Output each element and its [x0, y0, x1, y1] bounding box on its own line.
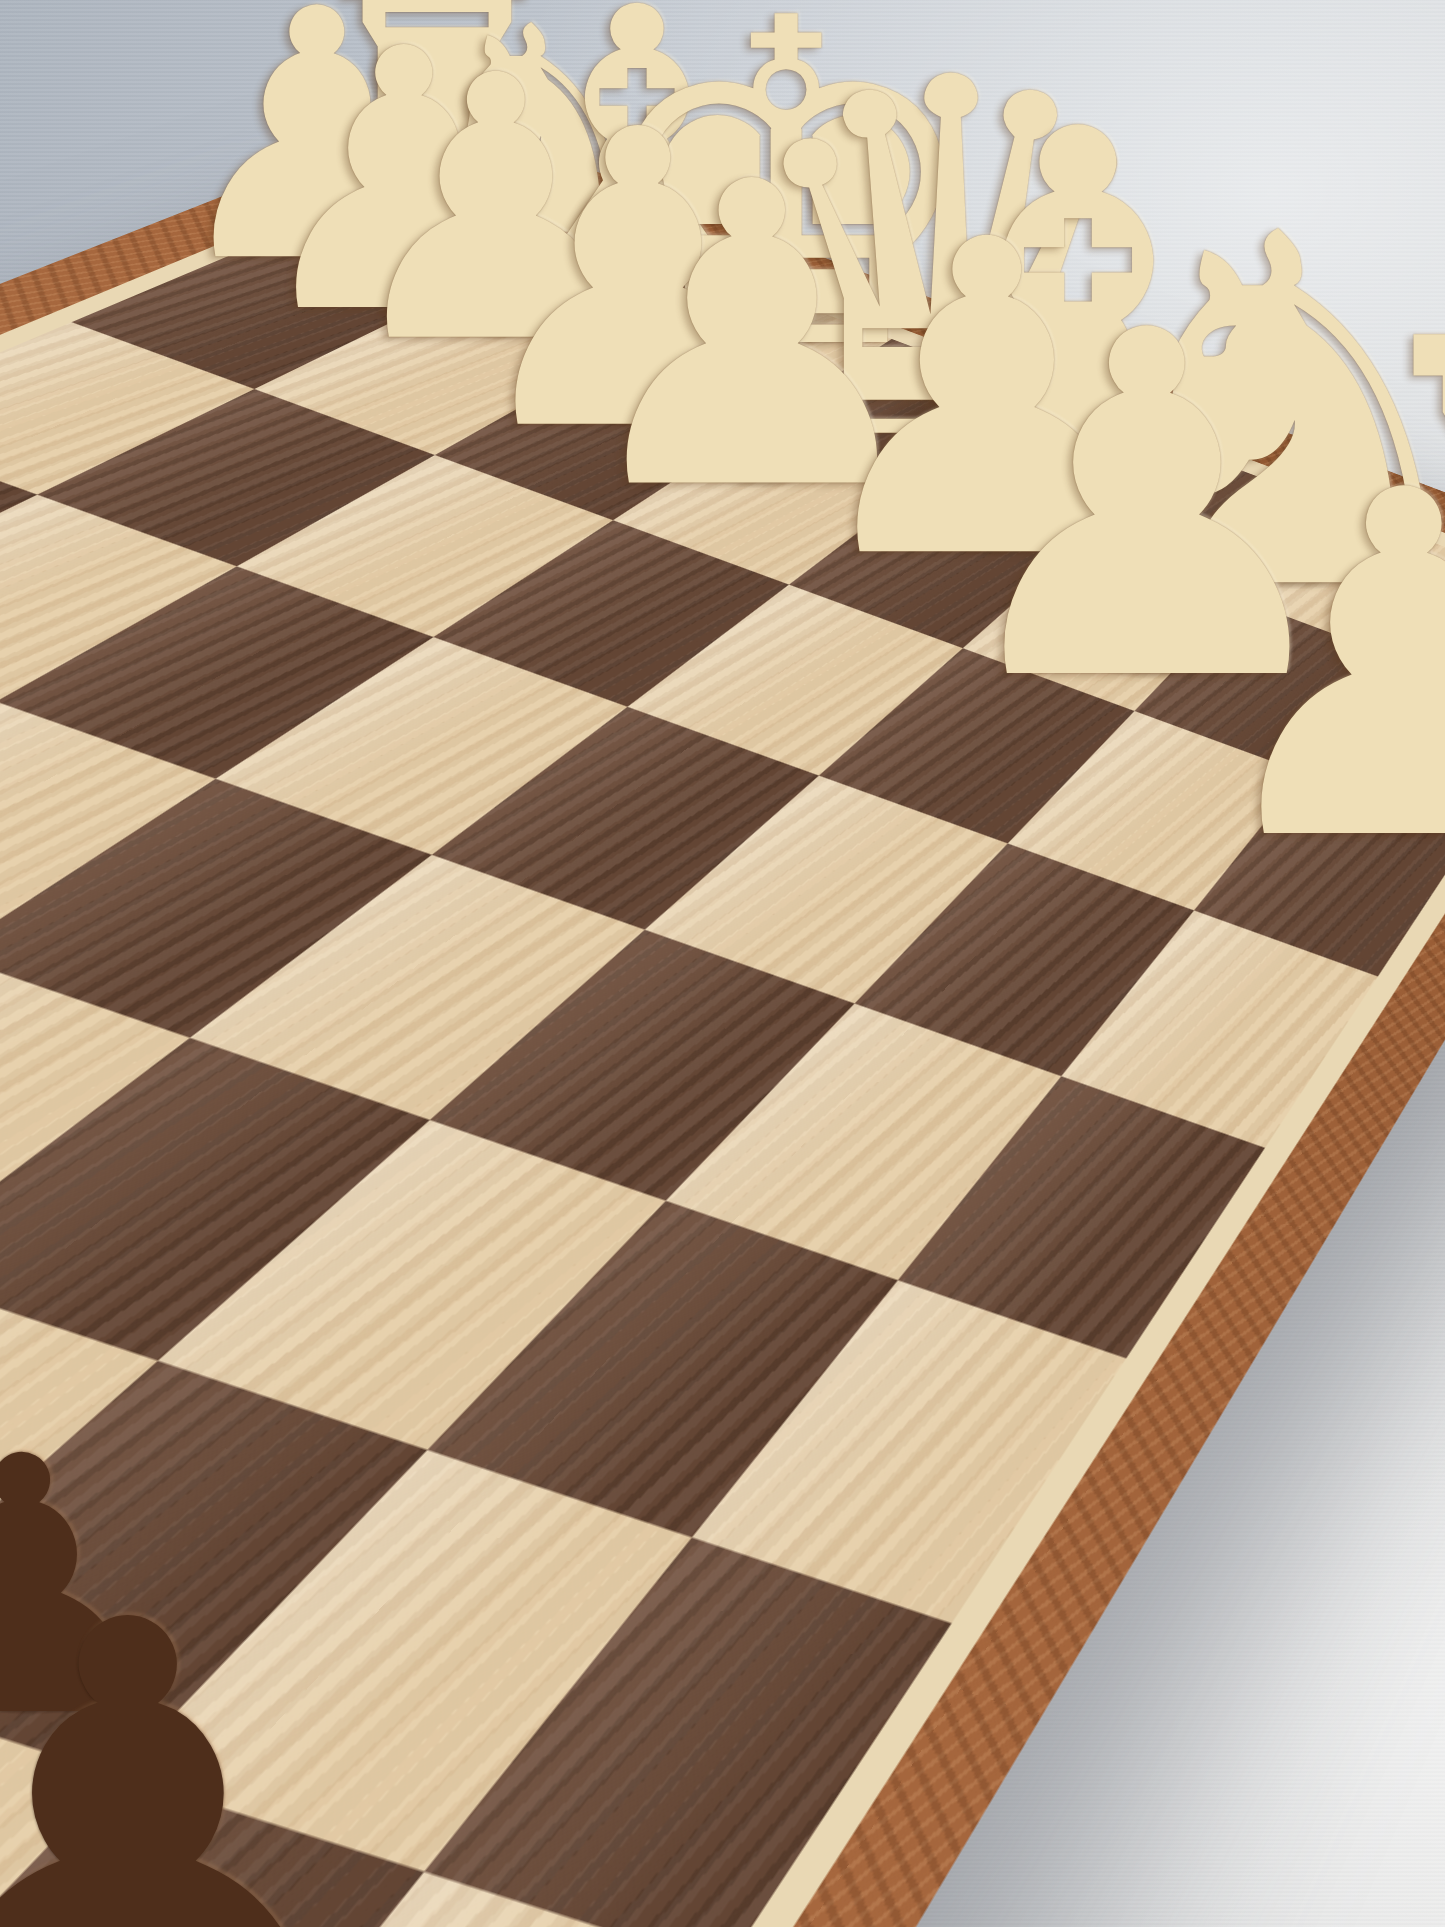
piece-black-pawn-e7[interactable]: ♟	[0, 1543, 405, 1927]
pieces-layer: ♜♞♝♚♛♝♞♜♟♟♟♟♟♟♟♟♟♟	[0, 0, 1445, 1927]
chessboard-photo-scene: ♜♞♝♚♛♝♞♜♟♟♟♟♟♟♟♟♟♟	[0, 0, 1445, 1927]
piece-white-pawn-a2[interactable]: ♟	[1191, 430, 1445, 906]
